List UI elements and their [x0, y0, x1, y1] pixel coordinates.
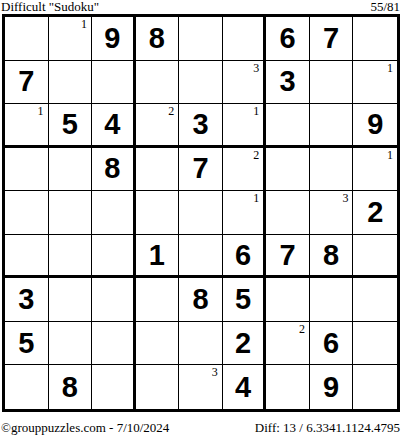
cell-r7c9[interactable]	[353, 278, 397, 322]
cell-r5c9[interactable]: 2	[353, 191, 397, 235]
cell-r6c7[interactable]: 7	[266, 235, 310, 279]
cell-r2c2[interactable]	[49, 61, 93, 105]
corner-mark: 2	[253, 149, 259, 161]
cell-r5c6[interactable]: 1	[223, 191, 267, 235]
corner-mark: 1	[253, 105, 259, 117]
cell-r8c7[interactable]: 2	[266, 322, 310, 366]
cell-r6c3[interactable]	[92, 235, 136, 279]
cell-r3c3[interactable]: 4	[92, 104, 136, 148]
cell-r4c8[interactable]	[310, 148, 354, 192]
cell-r1c2[interactable]: 1	[49, 17, 93, 61]
corner-mark: 2	[168, 105, 174, 117]
cell-r7c1[interactable]: 3	[5, 278, 49, 322]
cell-r3c7[interactable]	[266, 104, 310, 148]
given-digit: 7	[280, 241, 296, 270]
sudoku-grid: 19867733115423198721132167838552268349	[2, 14, 400, 412]
cell-r1c4[interactable]: 8	[136, 17, 180, 61]
difficulty-text: Diff: 13 / 6.3341.1124.4795	[255, 421, 400, 434]
cell-r7c8[interactable]	[310, 278, 354, 322]
cell-r7c4[interactable]	[136, 278, 180, 322]
cell-r5c5[interactable]	[179, 191, 223, 235]
cell-r9c1[interactable]	[5, 365, 49, 409]
cell-r8c2[interactable]	[49, 322, 93, 366]
cell-r8c4[interactable]	[136, 322, 180, 366]
cell-r6c5[interactable]	[179, 235, 223, 279]
given-digit: 3	[280, 67, 296, 96]
cell-r7c3[interactable]	[92, 278, 136, 322]
cell-r7c6[interactable]: 5	[223, 278, 267, 322]
cell-r9c9[interactable]	[353, 365, 397, 409]
corner-mark: 2	[299, 323, 305, 335]
given-digit: 8	[192, 285, 208, 314]
cell-r1c1[interactable]	[5, 17, 49, 61]
given-digit: 8	[104, 154, 120, 183]
cell-r8c6[interactable]: 2	[223, 322, 267, 366]
corner-mark: 1	[38, 105, 44, 117]
copyright-text: ©grouppuzzles.com - 7/10/2024	[1, 421, 169, 434]
corner-mark: 3	[212, 366, 218, 378]
cell-r5c7[interactable]	[266, 191, 310, 235]
cell-r6c9[interactable]	[353, 235, 397, 279]
cell-r3c5[interactable]: 3	[179, 104, 223, 148]
given-digit: 4	[104, 110, 120, 139]
given-digit: 6	[280, 24, 296, 53]
given-digit: 5	[62, 110, 78, 139]
cell-r4c3[interactable]: 8	[92, 148, 136, 192]
given-digit: 6	[323, 329, 339, 358]
cell-r2c5[interactable]	[179, 61, 223, 105]
cell-r2c3[interactable]	[92, 61, 136, 105]
given-digit: 3	[18, 285, 34, 314]
cell-r9c4[interactable]	[136, 365, 180, 409]
cell-r5c1[interactable]	[5, 191, 49, 235]
cell-r5c2[interactable]	[49, 191, 93, 235]
header: Difficult "Sudoku" 55/81	[0, 0, 402, 14]
puzzle-title: Difficult "Sudoku"	[1, 0, 99, 13]
cell-r1c3[interactable]: 9	[92, 17, 136, 61]
cell-r3c8[interactable]	[310, 104, 354, 148]
given-digit: 2	[367, 198, 383, 227]
corner-mark: 1	[387, 62, 393, 74]
cell-r9c8[interactable]: 9	[310, 365, 354, 409]
cell-r1c7[interactable]: 6	[266, 17, 310, 61]
cell-r6c2[interactable]	[49, 235, 93, 279]
cell-r4c2[interactable]	[49, 148, 93, 192]
cell-r2c4[interactable]	[136, 61, 180, 105]
cell-r8c5[interactable]	[179, 322, 223, 366]
corner-mark: 1	[253, 192, 259, 204]
cell-r9c7[interactable]	[266, 365, 310, 409]
cell-r6c4[interactable]: 1	[136, 235, 180, 279]
cell-r3c2[interactable]: 5	[49, 104, 93, 148]
corner-mark: 1	[387, 149, 393, 161]
given-digit: 1	[149, 241, 165, 270]
cell-r9c5[interactable]: 3	[179, 365, 223, 409]
cell-r1c9[interactable]	[353, 17, 397, 61]
cell-r8c3[interactable]	[92, 322, 136, 366]
cell-r7c2[interactable]	[49, 278, 93, 322]
cell-r4c4[interactable]	[136, 148, 180, 192]
cell-r6c1[interactable]	[5, 235, 49, 279]
cell-r3c6[interactable]: 1	[223, 104, 267, 148]
cell-r2c1[interactable]: 7	[5, 61, 49, 105]
given-digit: 8	[149, 24, 165, 53]
given-digit: 7	[192, 154, 208, 183]
cell-r2c6[interactable]: 3	[223, 61, 267, 105]
cell-r3c9[interactable]: 9	[353, 104, 397, 148]
cell-r5c3[interactable]	[92, 191, 136, 235]
cell-r4c7[interactable]	[266, 148, 310, 192]
corner-mark: 3	[253, 62, 259, 74]
cell-r4c1[interactable]	[5, 148, 49, 192]
cell-r5c8[interactable]: 3	[310, 191, 354, 235]
cell-r8c1[interactable]: 5	[5, 322, 49, 366]
cell-r2c9[interactable]: 1	[353, 61, 397, 105]
cell-r1c6[interactable]	[223, 17, 267, 61]
cell-r3c4[interactable]: 2	[136, 104, 180, 148]
cell-r7c7[interactable]	[266, 278, 310, 322]
given-digit: 9	[367, 110, 383, 139]
cell-r9c3[interactable]	[92, 365, 136, 409]
cell-r9c6[interactable]: 4	[223, 365, 267, 409]
given-digit: 2	[235, 329, 251, 358]
given-digit: 3	[192, 110, 208, 139]
cell-r8c8[interactable]: 6	[310, 322, 354, 366]
given-digit: 8	[323, 241, 339, 270]
corner-mark: 3	[342, 192, 348, 204]
footer: ©grouppuzzles.com - 7/10/2024 Diff: 13 /…	[0, 412, 402, 434]
given-digit: 5	[235, 285, 251, 314]
cell-r1c8[interactable]: 7	[310, 17, 354, 61]
cell-r9c2[interactable]: 8	[49, 365, 93, 409]
empty-cell-counter: 55/81	[370, 0, 400, 13]
given-digit: 9	[323, 373, 339, 402]
puzzle-page: Difficult "Sudoku" 55/81 198677331154231…	[0, 0, 402, 437]
corner-mark: 1	[81, 18, 87, 30]
cell-r2c8[interactable]	[310, 61, 354, 105]
cell-r4c6[interactable]: 2	[223, 148, 267, 192]
given-digit: 5	[18, 329, 34, 358]
cell-r5c4[interactable]	[136, 191, 180, 235]
cell-r4c5[interactable]: 7	[179, 148, 223, 192]
given-digit: 7	[323, 24, 339, 53]
given-digit: 7	[18, 67, 34, 96]
cell-r6c6[interactable]: 6	[223, 235, 267, 279]
cell-r6c8[interactable]: 8	[310, 235, 354, 279]
cell-r4c9[interactable]: 1	[353, 148, 397, 192]
given-digit: 8	[62, 373, 78, 402]
cell-r7c5[interactable]: 8	[179, 278, 223, 322]
cell-r3c1[interactable]: 1	[5, 104, 49, 148]
given-digit: 4	[235, 373, 251, 402]
given-digit: 6	[235, 241, 251, 270]
given-digit: 9	[104, 24, 120, 53]
cell-r1c5[interactable]	[179, 17, 223, 61]
cell-r8c9[interactable]	[353, 322, 397, 366]
cell-r2c7[interactable]: 3	[266, 61, 310, 105]
